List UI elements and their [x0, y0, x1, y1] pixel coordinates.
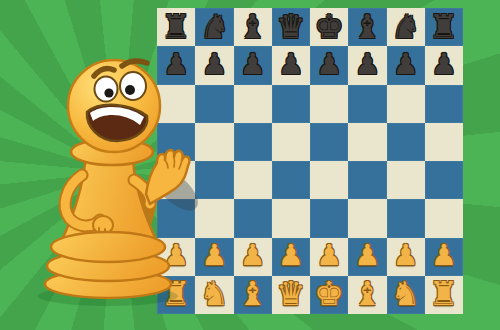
square-g2[interactable]: ♟ [387, 238, 425, 276]
square-a2[interactable]: ♟ [157, 238, 195, 276]
square-g7[interactable]: ♟ [387, 46, 425, 84]
square-c3[interactable] [234, 199, 272, 237]
square-h2[interactable]: ♟ [425, 238, 463, 276]
square-a8[interactable]: ♜ [157, 8, 195, 46]
piece-white-pawn[interactable]: ♟ [431, 241, 457, 270]
piece-white-pawn[interactable]: ♟ [201, 241, 227, 270]
piece-white-pawn[interactable]: ♟ [354, 241, 380, 270]
square-e2[interactable]: ♟ [310, 238, 348, 276]
piece-black-pawn[interactable]: ♟ [431, 50, 457, 79]
square-c2[interactable]: ♟ [234, 238, 272, 276]
piece-white-pawn[interactable]: ♟ [240, 241, 266, 270]
square-f5[interactable] [348, 123, 386, 161]
square-f4[interactable] [348, 161, 386, 199]
square-c5[interactable] [234, 123, 272, 161]
square-d7[interactable]: ♟ [272, 46, 310, 84]
square-d5[interactable] [272, 123, 310, 161]
square-b1[interactable]: ♞ [195, 276, 233, 314]
square-d1[interactable]: ♛ [272, 276, 310, 314]
square-g8[interactable]: ♞ [387, 8, 425, 46]
square-f6[interactable] [348, 85, 386, 123]
piece-white-bishop[interactable]: ♝ [238, 277, 268, 310]
piece-white-bishop[interactable]: ♝ [353, 277, 383, 310]
square-a5[interactable] [157, 123, 195, 161]
square-g6[interactable] [387, 85, 425, 123]
square-f1[interactable]: ♝ [348, 276, 386, 314]
piece-black-bishop[interactable]: ♝ [353, 10, 383, 43]
square-g5[interactable] [387, 123, 425, 161]
piece-black-pawn[interactable]: ♟ [393, 50, 419, 79]
square-g3[interactable] [387, 199, 425, 237]
square-b7[interactable]: ♟ [195, 46, 233, 84]
piece-black-king[interactable]: ♚ [314, 10, 344, 43]
square-c4[interactable] [234, 161, 272, 199]
piece-white-pawn[interactable]: ♟ [393, 241, 419, 270]
square-a3[interactable] [157, 199, 195, 237]
square-b5[interactable] [195, 123, 233, 161]
square-h8[interactable]: ♜ [425, 8, 463, 46]
square-f7[interactable]: ♟ [348, 46, 386, 84]
square-f3[interactable] [348, 199, 386, 237]
piece-black-knight[interactable]: ♞ [200, 10, 230, 43]
piece-black-knight[interactable]: ♞ [391, 10, 421, 43]
piece-black-pawn[interactable]: ♟ [240, 50, 266, 79]
square-h3[interactable] [425, 199, 463, 237]
piece-black-pawn[interactable]: ♟ [354, 50, 380, 79]
square-e8[interactable]: ♚ [310, 8, 348, 46]
square-d8[interactable]: ♛ [272, 8, 310, 46]
square-b4[interactable] [195, 161, 233, 199]
square-a6[interactable] [157, 85, 195, 123]
piece-black-pawn[interactable]: ♟ [316, 50, 342, 79]
square-f8[interactable]: ♝ [348, 8, 386, 46]
square-a1[interactable]: ♜ [157, 276, 195, 314]
square-a7[interactable]: ♟ [157, 46, 195, 84]
piece-black-pawn[interactable]: ♟ [201, 50, 227, 79]
square-c1[interactable]: ♝ [234, 276, 272, 314]
piece-white-pawn[interactable]: ♟ [278, 241, 304, 270]
piece-black-rook[interactable]: ♜ [161, 10, 191, 43]
square-a4[interactable] [157, 161, 195, 199]
piece-black-queen[interactable]: ♛ [276, 10, 306, 43]
piece-black-pawn[interactable]: ♟ [278, 50, 304, 79]
square-d4[interactable] [272, 161, 310, 199]
square-d3[interactable] [272, 199, 310, 237]
square-d2[interactable]: ♟ [272, 238, 310, 276]
square-b3[interactable] [195, 199, 233, 237]
square-c7[interactable]: ♟ [234, 46, 272, 84]
square-g4[interactable] [387, 161, 425, 199]
square-d6[interactable] [272, 85, 310, 123]
piece-white-rook[interactable]: ♜ [429, 277, 459, 310]
square-e1[interactable]: ♚ [310, 276, 348, 314]
piece-white-queen[interactable]: ♛ [276, 277, 306, 310]
square-h6[interactable] [425, 85, 463, 123]
square-b8[interactable]: ♞ [195, 8, 233, 46]
square-b6[interactable] [195, 85, 233, 123]
square-e7[interactable]: ♟ [310, 46, 348, 84]
square-e4[interactable] [310, 161, 348, 199]
piece-white-knight[interactable]: ♞ [200, 277, 230, 310]
piece-white-rook[interactable]: ♜ [161, 277, 191, 310]
piece-white-pawn[interactable]: ♟ [163, 241, 189, 270]
chess-board[interactable]: ♜♞♝♛♚♝♞♜♟♟♟♟♟♟♟♟♟♟♟♟♟♟♟♟♜♞♝♛♚♝♞♜ [157, 8, 463, 314]
square-f2[interactable]: ♟ [348, 238, 386, 276]
square-h7[interactable]: ♟ [425, 46, 463, 84]
square-h5[interactable] [425, 123, 463, 161]
square-h1[interactable]: ♜ [425, 276, 463, 314]
piece-black-rook[interactable]: ♜ [429, 10, 459, 43]
square-b2[interactable]: ♟ [195, 238, 233, 276]
piece-white-knight[interactable]: ♞ [391, 277, 421, 310]
piece-black-pawn[interactable]: ♟ [163, 50, 189, 79]
square-e6[interactable] [310, 85, 348, 123]
piece-white-pawn[interactable]: ♟ [316, 241, 342, 270]
square-h4[interactable] [425, 161, 463, 199]
piece-white-king[interactable]: ♚ [314, 277, 344, 310]
piece-black-bishop[interactable]: ♝ [238, 10, 268, 43]
square-e5[interactable] [310, 123, 348, 161]
square-g1[interactable]: ♞ [387, 276, 425, 314]
square-c8[interactable]: ♝ [234, 8, 272, 46]
square-c6[interactable] [234, 85, 272, 123]
square-e3[interactable] [310, 199, 348, 237]
